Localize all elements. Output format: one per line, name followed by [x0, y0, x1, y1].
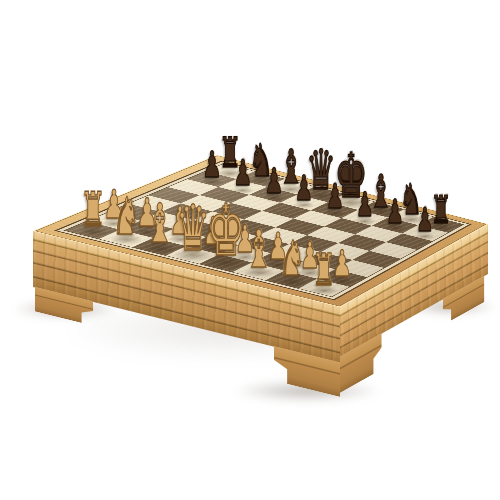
piece-black-pawn-f7[interactable]: ♟	[356, 188, 374, 222]
white-king-glyph: ♚	[207, 196, 246, 267]
black-pawn-glyph: ♟	[325, 180, 344, 214]
piece-black-pawn-g7[interactable]: ♟	[386, 196, 404, 229]
black-pawn-glyph: ♟	[416, 204, 434, 237]
piece-black-pawn-h7[interactable]: ♟	[416, 204, 434, 237]
piece-white-rook-a1[interactable]: ♜	[80, 186, 106, 234]
white-bishop-glyph: ♝	[145, 197, 174, 251]
piece-white-bishop-c1[interactable]: ♝	[145, 197, 174, 251]
piece-black-pawn-d7[interactable]: ♟	[295, 172, 314, 207]
white-rook-glyph: ♜	[80, 186, 106, 234]
white-queen-glyph: ♛	[176, 196, 210, 259]
piece-white-bishop-f1[interactable]: ♝	[245, 223, 273, 275]
black-pawn-glyph: ♟	[233, 155, 252, 191]
black-pawn-glyph: ♟	[264, 164, 283, 199]
black-pawn-glyph: ♟	[202, 147, 222, 183]
white-rook-glyph: ♜	[312, 248, 336, 292]
piece-black-pawn-e7[interactable]: ♟	[325, 180, 344, 214]
white-knight-glyph: ♞	[112, 191, 140, 243]
piece-white-knight-g1[interactable]: ♞	[278, 235, 304, 284]
white-bishop-glyph: ♝	[245, 223, 273, 275]
piece-white-rook-h1[interactable]: ♜	[312, 248, 336, 292]
piece-white-queen-d1[interactable]: ♛	[176, 196, 210, 259]
piece-white-knight-b1[interactable]: ♞	[112, 191, 140, 243]
white-knight-glyph: ♞	[278, 235, 304, 284]
chess-set-product-photo: ♜♞♝♛♚♝♞♜♟♟♟♟♟♟♟♟♟♟♟♟♟♟♟♟♜♞♝♛♚♝♞♜	[0, 0, 500, 500]
bracket-foot-east	[443, 275, 485, 325]
piece-black-pawn-c7[interactable]: ♟	[264, 164, 283, 199]
black-pawn-glyph: ♟	[386, 196, 404, 229]
piece-black-pawn-a7[interactable]: ♟	[202, 147, 222, 183]
piece-black-pawn-b7[interactable]: ♟	[233, 155, 252, 191]
black-pawn-glyph: ♟	[295, 172, 314, 207]
piece-white-king-e1[interactable]: ♚	[207, 196, 246, 267]
black-pawn-glyph: ♟	[356, 188, 374, 222]
